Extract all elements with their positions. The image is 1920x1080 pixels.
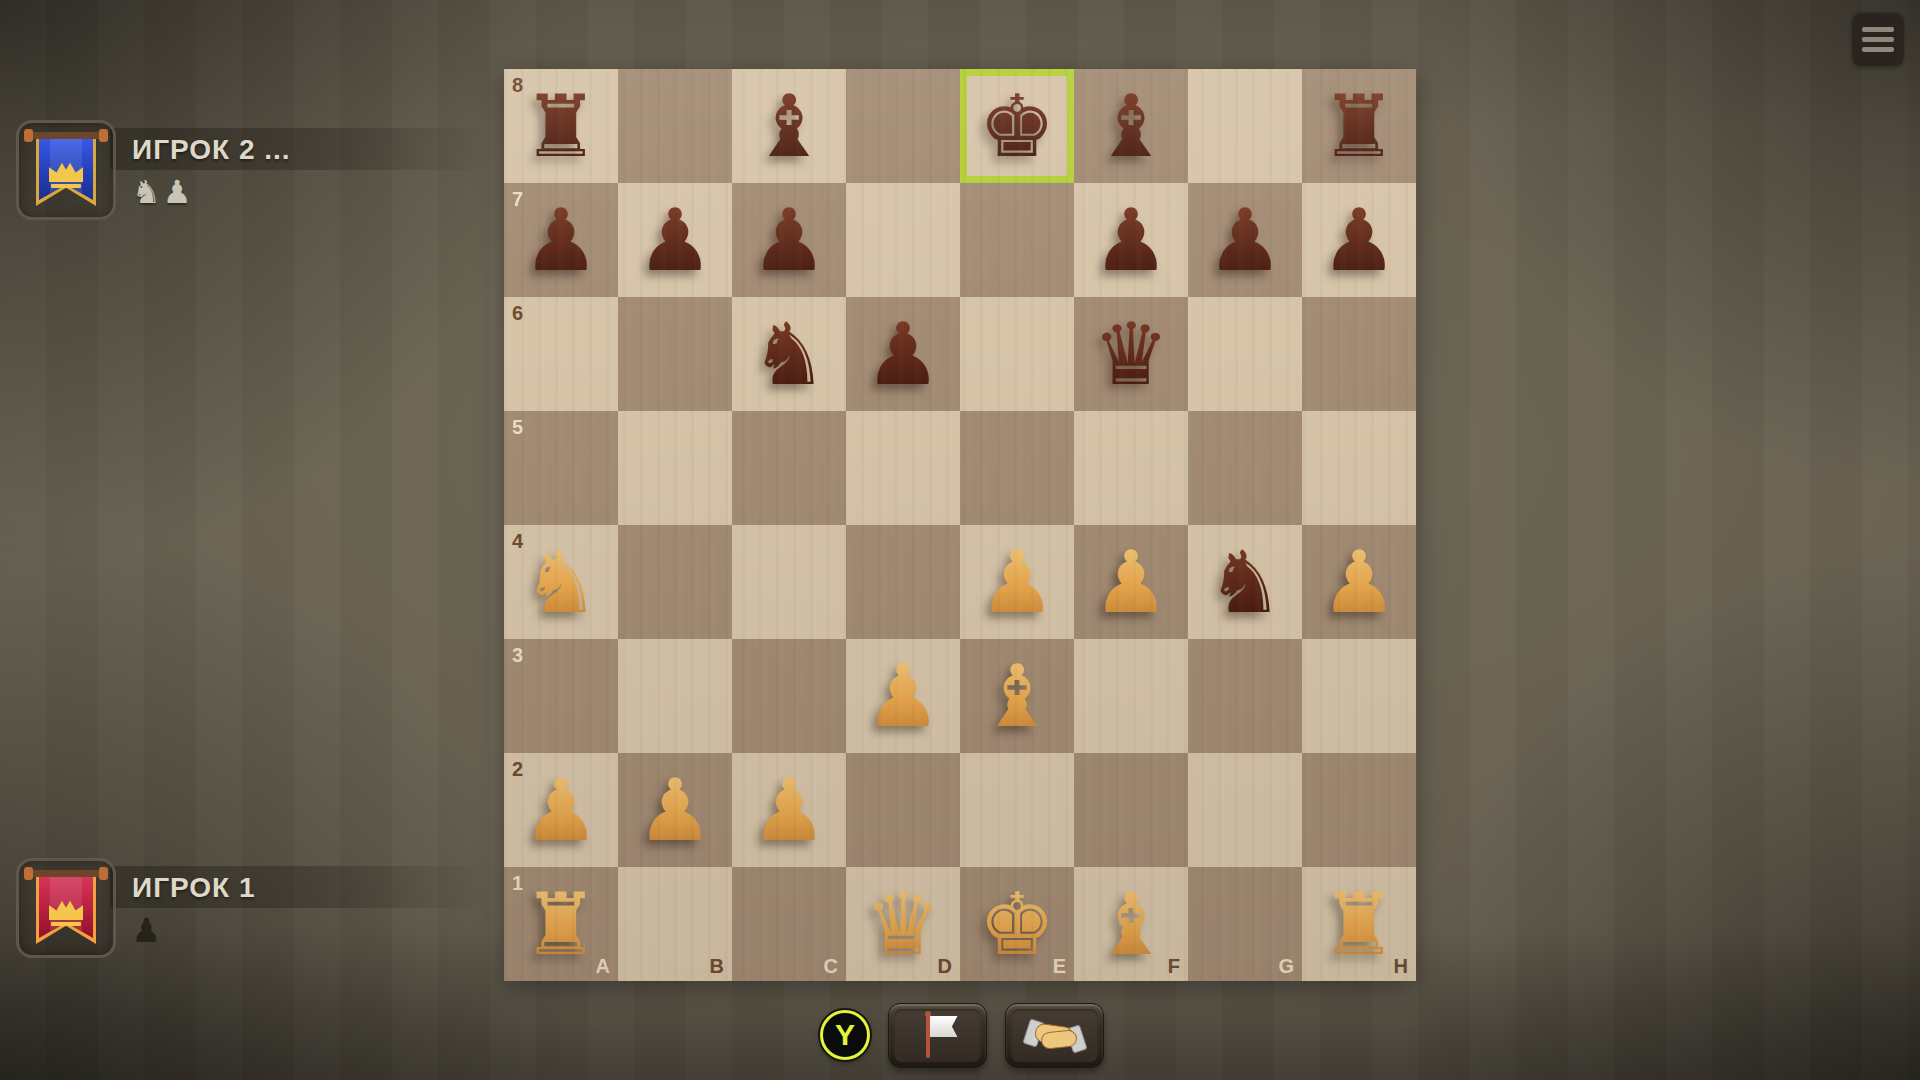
rank-label-7: 7 [512, 189, 523, 209]
square-h7[interactable]: ♟ [1302, 183, 1416, 297]
square-e7[interactable] [960, 183, 1074, 297]
square-b1[interactable]: B [618, 867, 732, 981]
square-d8[interactable] [846, 69, 960, 183]
square-a7[interactable]: 7♟ [504, 183, 618, 297]
square-g2[interactable] [1188, 753, 1302, 867]
square-c2[interactable]: ♟ [732, 753, 846, 867]
player1-captured-pieces: ♟ [132, 908, 163, 952]
piece-white-rook[interactable]: ♜ [1320, 867, 1397, 981]
square-b8[interactable] [618, 69, 732, 183]
square-d3[interactable]: ♟ [846, 639, 960, 753]
draw-offer-button[interactable] [1005, 1003, 1104, 1068]
banner-rod [28, 132, 104, 139]
file-label-g: G [1278, 956, 1294, 976]
square-f8[interactable]: ♝ [1074, 69, 1188, 183]
piece-black-knight[interactable]: ♞ [1206, 525, 1283, 639]
square-f4[interactable]: ♟ [1074, 525, 1188, 639]
piece-white-bishop[interactable]: ♝ [1092, 867, 1169, 981]
piece-white-pawn[interactable]: ♟ [864, 639, 941, 753]
square-f7[interactable]: ♟ [1074, 183, 1188, 297]
piece-black-king[interactable]: ♚ [978, 69, 1055, 183]
square-g5[interactable] [1188, 411, 1302, 525]
square-e6[interactable] [960, 297, 1074, 411]
piece-black-rook[interactable]: ♜ [522, 69, 599, 183]
rank-label-6: 6 [512, 303, 523, 323]
square-b3[interactable] [618, 639, 732, 753]
piece-white-rook[interactable]: ♜ [522, 867, 599, 981]
square-a6[interactable]: 6 [504, 297, 618, 411]
piece-black-pawn[interactable]: ♟ [1320, 183, 1397, 297]
player-panel-top: ИГРОК 2 ... ♞♟ [16, 118, 496, 238]
player1-name: ИГРОК 1 [132, 872, 256, 904]
square-a1[interactable]: 1A♜ [504, 867, 618, 981]
square-e2[interactable] [960, 753, 1074, 867]
player1-avatar [16, 858, 116, 958]
piece-black-pawn[interactable]: ♟ [522, 183, 599, 297]
square-d1[interactable]: D♛ [846, 867, 960, 981]
square-c5[interactable] [732, 411, 846, 525]
square-h2[interactable] [1302, 753, 1416, 867]
banner-rod [28, 870, 104, 877]
file-label-a: A [596, 956, 610, 976]
square-c1[interactable]: C [732, 867, 846, 981]
resign-button[interactable] [888, 1003, 987, 1068]
crown-base [51, 184, 81, 188]
square-c7[interactable]: ♟ [732, 183, 846, 297]
piece-white-pawn[interactable]: ♟ [636, 753, 713, 867]
rank-label-4: 4 [512, 531, 523, 551]
square-a8[interactable]: 8♜ [504, 69, 618, 183]
square-b2[interactable]: ♟ [618, 753, 732, 867]
player2-captured-pieces: ♞♟ [132, 170, 193, 214]
piece-white-pawn[interactable]: ♟ [522, 753, 599, 867]
piece-white-knight[interactable]: ♞ [522, 525, 599, 639]
square-a3[interactable]: 3 [504, 639, 618, 753]
square-g7[interactable]: ♟ [1188, 183, 1302, 297]
square-e4[interactable]: ♟ [960, 525, 1074, 639]
square-c8[interactable]: ♝ [732, 69, 846, 183]
square-f3[interactable] [1074, 639, 1188, 753]
square-h3[interactable] [1302, 639, 1416, 753]
square-e3[interactable]: ♝ [960, 639, 1074, 753]
hamburger-bar [1862, 37, 1894, 42]
square-h1[interactable]: H♜ [1302, 867, 1416, 981]
square-d4[interactable] [846, 525, 960, 639]
piece-black-queen[interactable]: ♛ [1092, 297, 1169, 411]
square-a2[interactable]: 2♟ [504, 753, 618, 867]
blue-banner-icon [39, 136, 93, 200]
square-h8[interactable]: ♜ [1302, 69, 1416, 183]
piece-black-rook[interactable]: ♜ [1320, 69, 1397, 183]
hamburger-bar [1862, 47, 1894, 52]
square-c4[interactable] [732, 525, 846, 639]
square-g3[interactable] [1188, 639, 1302, 753]
square-f5[interactable] [1074, 411, 1188, 525]
piece-black-pawn[interactable]: ♟ [1206, 183, 1283, 297]
square-g8[interactable] [1188, 69, 1302, 183]
crown-base [51, 922, 81, 926]
piece-white-bishop[interactable]: ♝ [978, 639, 1055, 753]
piece-white-pawn[interactable]: ♟ [1092, 525, 1169, 639]
square-e8[interactable]: ♚ [960, 69, 1074, 183]
piece-black-pawn[interactable]: ♟ [1092, 183, 1169, 297]
square-f2[interactable] [1074, 753, 1188, 867]
square-d5[interactable] [846, 411, 960, 525]
square-e1[interactable]: E♚ [960, 867, 1074, 981]
square-f1[interactable]: F♝ [1074, 867, 1188, 981]
rank-label-2: 2 [512, 759, 523, 779]
control-bar: Y [820, 1000, 1110, 1070]
piece-black-knight[interactable]: ♞ [750, 297, 827, 411]
file-label-b: B [710, 956, 724, 976]
square-a5[interactable]: 5 [504, 411, 618, 525]
square-g4[interactable]: ♞ [1188, 525, 1302, 639]
square-b7[interactable]: ♟ [618, 183, 732, 297]
piece-black-pawn[interactable]: ♟ [864, 297, 941, 411]
square-b5[interactable] [618, 411, 732, 525]
square-e5[interactable] [960, 411, 1074, 525]
square-c6[interactable]: ♞ [732, 297, 846, 411]
file-label-h: H [1394, 956, 1408, 976]
piece-white-pawn[interactable]: ♟ [1320, 525, 1397, 639]
hamburger-bar [1862, 27, 1894, 32]
piece-black-pawn[interactable]: ♟ [636, 183, 713, 297]
hamburger-menu-button[interactable] [1852, 12, 1904, 66]
rank-label-3: 3 [512, 645, 523, 665]
square-d6[interactable]: ♟ [846, 297, 960, 411]
square-g1[interactable]: G [1188, 867, 1302, 981]
white-flag-icon [918, 1012, 958, 1058]
square-b4[interactable] [618, 525, 732, 639]
square-f6[interactable]: ♛ [1074, 297, 1188, 411]
file-label-e: E [1053, 956, 1066, 976]
piece-white-queen[interactable]: ♛ [864, 867, 941, 981]
rank-label-8: 8 [512, 75, 523, 95]
square-c3[interactable] [732, 639, 846, 753]
player2-avatar [16, 120, 116, 220]
piece-white-pawn[interactable]: ♟ [978, 525, 1055, 639]
file-label-d: D [938, 956, 952, 976]
piece-white-king[interactable]: ♚ [978, 867, 1055, 981]
piece-black-pawn[interactable]: ♟ [750, 183, 827, 297]
rank-label-5: 5 [512, 417, 523, 437]
square-h4[interactable]: ♟ [1302, 525, 1416, 639]
square-b6[interactable] [618, 297, 732, 411]
chess-board[interactable]: 8♜♝♚♝♜7♟♟♟♟♟♟6♞♟♛54♞♟♟♞♟3♟♝2♟♟♟1A♜BCD♛E♚… [504, 69, 1416, 981]
player-panel-bottom: ИГРОК 1 ♟ [16, 856, 496, 976]
piece-black-bishop[interactable]: ♝ [750, 69, 827, 183]
y8-logo-button[interactable]: Y [820, 1010, 870, 1060]
square-g6[interactable] [1188, 297, 1302, 411]
square-h5[interactable] [1302, 411, 1416, 525]
rank-label-1: 1 [512, 873, 523, 893]
handshake-icon [1026, 1016, 1084, 1054]
square-h6[interactable] [1302, 297, 1416, 411]
square-d7[interactable] [846, 183, 960, 297]
square-a4[interactable]: 4♞ [504, 525, 618, 639]
player2-name: ИГРОК 2 ... [132, 134, 291, 166]
square-d2[interactable] [846, 753, 960, 867]
red-banner-icon [39, 874, 93, 938]
piece-black-bishop[interactable]: ♝ [1092, 69, 1169, 183]
file-label-c: C [824, 956, 838, 976]
piece-white-pawn[interactable]: ♟ [750, 753, 827, 867]
file-label-f: F [1168, 956, 1180, 976]
chess-app: 8♜♝♚♝♜7♟♟♟♟♟♟6♞♟♛54♞♟♟♞♟3♟♝2♟♟♟1A♜BCD♛E♚… [0, 0, 1920, 1080]
